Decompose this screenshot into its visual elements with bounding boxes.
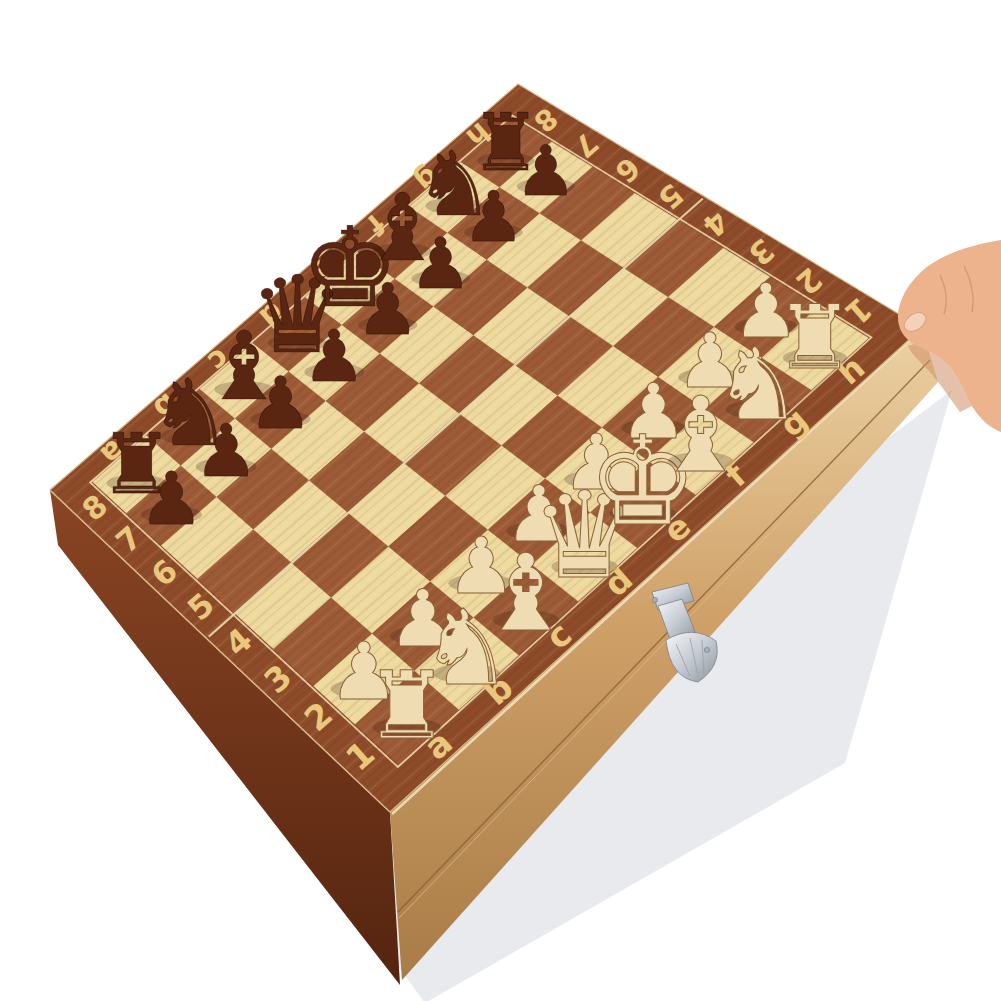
clasp-screw xyxy=(704,647,709,652)
piece-black-pawn-h7[interactable]: ♟ xyxy=(515,131,577,211)
clasp-screw xyxy=(652,597,657,602)
chess-scene: aabbccddeeffgghh1122334455667788 ♜♞♝♛♚♝♞… xyxy=(0,0,1001,1001)
piece-white-rook-h1[interactable]: ♜ xyxy=(775,286,854,389)
product-photo-stage: aabbccddeeffgghh1122334455667788 ♜♞♝♛♚♝♞… xyxy=(0,0,1001,1001)
